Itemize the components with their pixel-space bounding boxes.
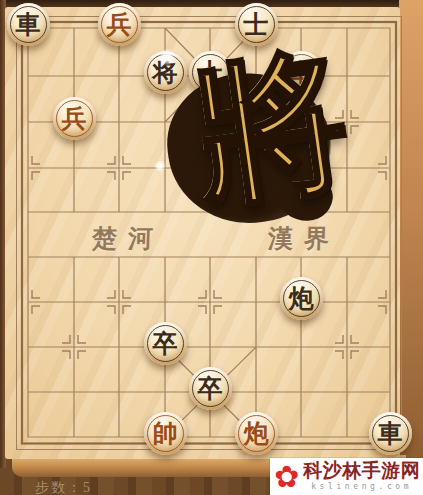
piece-black-cannon[interactable]: 炮: [280, 277, 323, 320]
piece-glyph: 車: [16, 12, 41, 37]
flower-icon: ✿: [274, 462, 299, 492]
piece-black-soldier-left[interactable]: 卒: [144, 322, 187, 365]
piece-black-advisor-back[interactable]: 士: [235, 3, 278, 46]
watermark-banner: ✿ 科沙林手游网 kslineng.com: [270, 458, 423, 495]
river-label-right: 漢界: [267, 222, 340, 255]
piece-glyph: 炮: [289, 286, 314, 311]
piece-red-horse-checking[interactable]: 馬: [235, 97, 278, 140]
piece-glyph: 車: [289, 60, 314, 85]
piece-glyph: 士: [244, 12, 269, 37]
watermark-domain: kslineng.com: [311, 482, 412, 492]
piece-red-soldier-left[interactable]: 兵: [53, 97, 96, 140]
watermark-site-name: 科沙林手游网: [303, 461, 420, 482]
piece-glyph: 士: [198, 60, 223, 85]
piece-glyph: 炮: [244, 421, 269, 446]
game-screen: 楚河 漢界 車兵士将士車兵馬炮卒卒帥炮車 將 步数：5 ✿ 科沙林手游网 ksl…: [0, 0, 423, 495]
piece-black-general[interactable]: 将: [144, 51, 187, 94]
river-label-left: 楚河: [91, 222, 164, 255]
piece-red-chariot[interactable]: 車: [280, 51, 323, 94]
piece-glyph: 将: [153, 60, 178, 85]
piece-glyph: 車: [378, 421, 403, 446]
piece-glyph: 帥: [153, 421, 178, 446]
piece-red-cannon[interactable]: 炮: [235, 412, 278, 455]
piece-glyph: 卒: [153, 331, 178, 356]
piece-black-chariot-left[interactable]: 車: [7, 3, 50, 46]
piece-red-general[interactable]: 帥: [144, 412, 187, 455]
piece-black-chariot-right[interactable]: 車: [369, 412, 412, 455]
piece-glyph: 兵: [107, 12, 132, 37]
piece-black-soldier-center[interactable]: 卒: [189, 367, 232, 410]
piece-black-advisor-front[interactable]: 士: [189, 51, 232, 94]
piece-glyph: 馬: [244, 106, 269, 131]
piece-red-soldier-top[interactable]: 兵: [98, 3, 141, 46]
piece-glyph: 兵: [62, 106, 87, 131]
move-counter: 步数：5: [35, 479, 92, 495]
piece-glyph: 卒: [198, 376, 223, 401]
